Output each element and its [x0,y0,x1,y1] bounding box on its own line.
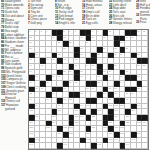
cell-number: 23 [69,41,71,43]
cell-number: 45 [131,58,133,60]
cell-number: 136 [86,132,90,134]
cell-number: 118 [29,121,33,123]
cell-number: 109 [114,109,118,111]
cell-number: 126 [46,126,50,128]
cell-number: 137 [109,132,113,134]
cell-number: 68 [137,75,139,77]
left-clue-column: 66 Salad green70 Make amends71 Opera sol… [1,0,27,149]
cell-number: 16 [80,36,82,38]
cell-number: 42 [63,58,65,60]
cell-number: 142 [86,138,90,140]
cell-number: 138 [120,132,124,134]
cell-number: 99 [80,104,82,106]
clue-column: 8 Wrath9 Sgt., e.g.10 Fish eggs11 Sticky… [55,0,80,28]
cell-number: 10 [109,30,111,32]
clue-text: Golf peg [29,21,41,25]
cell-number: 140 [35,138,39,140]
cell-number: 31 [126,47,128,49]
cell-number: 149 [126,143,130,145]
cell-number: 111 [35,115,38,117]
cell-number: 29 [103,47,105,49]
cell-number: 95 [109,98,111,100]
cell-number: 63 [58,75,60,77]
cell-number: 9 [97,30,98,32]
clue-text: Slangy refusal [112,21,132,25]
cell-number: 4 [46,30,47,32]
top-clue-columns: 1 Tart fruit2 Go astray3 Gym unit4 Tiny … [28,0,150,28]
cell-number: 75 [35,87,37,89]
cell-number: 93 [69,98,71,100]
clue-text: Knight's title [58,21,75,25]
cell-number: 96 [126,98,128,100]
clue-line: 33 Fuss [136,21,150,24]
cell-number: 12 [143,30,145,32]
cell-number: 24 [86,41,88,43]
clue-column: 1 Tart fruit2 Go astray3 Gym unit4 Tiny … [28,0,53,28]
clue-text: Fuss [139,20,146,24]
cell-number: 76 [41,87,43,89]
cell-number: 143 [109,138,113,140]
cell-number: 6 [69,30,70,32]
cell-number: 78 [86,87,88,89]
cell-number: 79 [92,87,94,89]
cell-number: 88 [126,92,128,94]
cell-number: 85 [80,92,82,94]
cell-number: 131 [114,126,118,128]
cell-number: 35 [97,53,99,55]
cell-number: 83 [29,92,31,94]
cell-number: 2 [35,30,36,32]
clue-line: 7 Golf peg [28,22,53,25]
cell-number: 43 [75,58,77,60]
cell-number: 72 [75,81,77,83]
cell-number: 61 [35,75,37,77]
cell-number: 139 [137,132,141,134]
cell-number: 77 [63,87,65,89]
cell-number: 146 [29,143,33,145]
cell-number: 97 [35,104,37,106]
cell-number: 86 [103,92,105,94]
newspaper-crossword-page: { "game": "crossword", "state": "unsolve… [0,0,150,150]
cell-number: 70 [46,81,48,83]
cell-number: 147 [63,143,67,145]
cell-number: 120 [75,121,79,123]
cell-number: 54 [29,70,31,72]
cell-number: 107 [75,109,79,111]
clue-text: Hawaiian garland [5,103,18,110]
clue-line: 21 Egg cells [82,22,107,25]
cell-number: 127 [63,126,67,128]
cell-number: 7 [75,30,76,32]
cell-number: 114 [80,115,84,117]
cell-number: 128 [69,126,73,128]
cell-number: 18 [103,36,105,38]
cell-number: 60 [126,70,128,72]
cell-number: 113 [75,115,79,117]
cell-number: 115 [92,115,96,117]
cell-number: 112 [52,115,56,117]
cell-number: 133 [29,132,33,134]
cell-number: 3 [41,30,42,32]
cell-number: 40 [46,58,48,60]
cell-number: 116 [114,115,118,117]
cell-number: 94 [97,98,99,100]
cell-number: 87 [114,92,116,94]
cell-number: 144 [114,138,118,140]
cell-number: 56 [69,70,71,72]
cell-number: 100 [86,104,90,106]
clue-line: 117 Hawaiian garland [1,104,27,111]
cell-number: 39 [29,58,31,60]
cell-number: 15 [63,36,65,38]
cell-number: 82 [137,87,139,89]
cell-number: 30 [114,47,116,49]
cell-number: 1 [29,30,30,32]
cell-number: 84 [52,92,54,94]
clue-column: 22 Bullring cheer23 Little devil24 Map a… [109,0,134,28]
cell-number: 110 [131,109,135,111]
cell-number: 5 [63,30,64,32]
cell-number: 20 [131,36,133,38]
cell-number: 148 [97,143,101,145]
cell-number: 123 [137,121,141,123]
cell-number: 134 [58,132,62,134]
cell-number: 145 [131,138,135,140]
cell-number: 74 [120,81,122,83]
cell-number: 21 [29,41,31,43]
clue-text: Egg cells [85,21,98,25]
grid-cell[interactable] [142,143,148,149]
cell-number: 81 [114,87,116,89]
cell-number: 59 [109,70,111,72]
cell-number: 47 [41,64,43,66]
cell-number: 28 [80,47,82,49]
cell-number: 71 [69,81,71,83]
cell-number: 22 [58,41,60,43]
cell-number: 98 [58,104,60,106]
cell-number: 34 [80,53,82,55]
crossword-grid: 1234567891011121314151617181920212223242… [28,29,149,150]
cell-number: 121 [109,121,113,123]
cell-number: 91 [46,98,48,100]
cell-number: 8 [92,30,93,32]
cell-number: 51 [114,64,116,66]
cell-number: 122 [126,121,130,123]
cell-number: 13 [29,36,31,38]
cell-number: 52 [137,64,139,66]
cell-number: 102 [114,104,118,106]
clue-line: 14 Knight's title [55,22,80,25]
cell-number: 73 [97,81,99,83]
cell-number: 90 [29,98,31,100]
cell-number: 103 [120,104,124,106]
cell-number: 17 [92,36,94,38]
cell-number: 14 [52,36,54,38]
cell-number: 25 [120,41,122,43]
clue-column: 15 Raw mineral16 Hosp. areas17 Dined18 U… [82,0,107,28]
cell-number: 55 [63,70,65,72]
cell-number: 48 [75,64,77,66]
cell-number: 104 [137,104,141,106]
cell-number: 26 [29,47,31,49]
cell-number: 141 [63,138,67,140]
cell-number: 101 [109,104,113,106]
cell-number: 53 [143,64,145,66]
cell-number: 124 [143,121,147,123]
cell-number: 27 [63,47,65,49]
clue-line: 28 Slangy refusal [109,22,134,25]
cell-number: 105 [29,109,33,111]
cell-number: 64 [80,75,82,77]
cell-number: 135 [69,132,73,134]
clue-column: 29 Wee30 Half a dance31 Feedbag morsel32… [136,0,150,28]
cell-number: 49 [86,64,88,66]
cell-number: 108 [97,109,101,111]
cell-number: 58 [103,70,105,72]
cell-number: 50 [92,64,94,66]
cell-number: 41 [52,58,54,60]
cell-number: 89 [131,92,133,94]
cell-number: 129 [92,126,96,128]
cell-number: 65 [97,75,99,77]
cell-number: 46 [29,64,31,66]
cell-number: 92 [63,98,65,100]
cell-number: 62 [52,75,54,77]
cell-number: 38 [137,53,139,55]
cell-number: 69 [29,81,31,83]
cell-number: 36 [114,53,116,55]
cell-number: 44 [97,58,99,60]
cell-number: 66 [109,75,111,77]
cell-number: 80 [109,87,111,89]
cell-number: 33 [58,53,60,55]
cell-number: 132 [120,126,124,128]
cell-number: 106 [58,109,62,111]
cell-number: 67 [120,75,122,77]
cell-number: 32 [35,53,37,55]
cell-number: 11 [137,30,139,32]
cell-number: 117 [126,115,130,117]
cell-number: 19 [126,36,128,38]
cell-number: 119 [52,121,56,123]
cell-number: 125 [29,126,33,128]
cell-number: 130 [103,126,107,128]
cell-number: 37 [120,53,122,55]
cell-number: 57 [80,70,82,72]
